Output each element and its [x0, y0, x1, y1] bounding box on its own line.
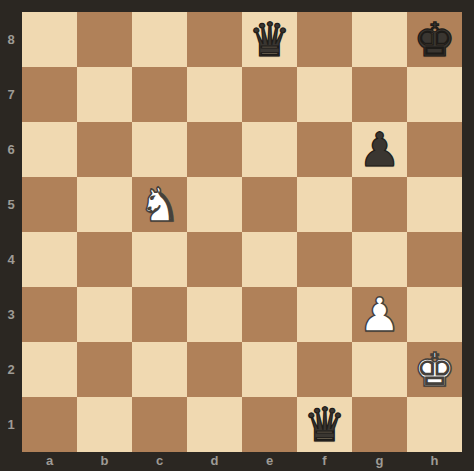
square-g6[interactable]: ♟ — [352, 122, 407, 177]
square-b5[interactable] — [77, 177, 132, 232]
square-d4[interactable] — [187, 232, 242, 287]
rank-label-7: 7 — [0, 67, 22, 122]
file-labels: abcdefgh — [22, 450, 462, 471]
file-label-a: a — [22, 450, 77, 471]
square-f8[interactable] — [297, 12, 352, 67]
square-f5[interactable] — [297, 177, 352, 232]
file-label-d: d — [187, 450, 242, 471]
square-d8[interactable] — [187, 12, 242, 67]
square-h3[interactable] — [407, 287, 462, 342]
rank-label-8: 8 — [0, 12, 22, 67]
rank-label-2: 2 — [0, 342, 22, 397]
square-a7[interactable] — [22, 67, 77, 122]
square-c5[interactable]: ♞ — [132, 177, 187, 232]
square-b8[interactable] — [77, 12, 132, 67]
square-b6[interactable] — [77, 122, 132, 177]
rank-label-6: 6 — [0, 122, 22, 177]
square-e2[interactable] — [242, 342, 297, 397]
square-a3[interactable] — [22, 287, 77, 342]
file-label-g: g — [352, 450, 407, 471]
square-a8[interactable] — [22, 12, 77, 67]
piece-black-pawn[interactable]: ♟ — [352, 122, 407, 177]
rank-label-1: 1 — [0, 397, 22, 452]
square-a6[interactable] — [22, 122, 77, 177]
square-e6[interactable] — [242, 122, 297, 177]
square-b1[interactable] — [77, 397, 132, 452]
square-f6[interactable] — [297, 122, 352, 177]
square-e8[interactable]: ♛ — [242, 12, 297, 67]
square-f1[interactable]: ♛ — [297, 397, 352, 452]
square-h8[interactable]: ♚ — [407, 12, 462, 67]
square-c4[interactable] — [132, 232, 187, 287]
square-h6[interactable] — [407, 122, 462, 177]
square-c3[interactable] — [132, 287, 187, 342]
square-d6[interactable] — [187, 122, 242, 177]
board-frame: 87654321 ♛♚♟♞♟♚♛ abcdefgh — [0, 0, 474, 471]
rank-labels: 87654321 — [0, 12, 22, 452]
square-c2[interactable] — [132, 342, 187, 397]
piece-white-knight[interactable]: ♞ — [132, 177, 187, 232]
square-g4[interactable] — [352, 232, 407, 287]
rank-label-4: 4 — [0, 232, 22, 287]
square-e7[interactable] — [242, 67, 297, 122]
square-e3[interactable] — [242, 287, 297, 342]
piece-white-pawn[interactable]: ♟ — [352, 287, 407, 342]
square-d3[interactable] — [187, 287, 242, 342]
file-label-b: b — [77, 450, 132, 471]
square-d5[interactable] — [187, 177, 242, 232]
rank-label-3: 3 — [0, 287, 22, 342]
piece-black-king[interactable]: ♚ — [407, 12, 462, 67]
file-label-c: c — [132, 450, 187, 471]
file-label-e: e — [242, 450, 297, 471]
square-g2[interactable] — [352, 342, 407, 397]
square-d1[interactable] — [187, 397, 242, 452]
square-c1[interactable] — [132, 397, 187, 452]
square-h4[interactable] — [407, 232, 462, 287]
rank-label-5: 5 — [0, 177, 22, 232]
piece-black-queen[interactable]: ♛ — [242, 12, 297, 67]
square-c6[interactable] — [132, 122, 187, 177]
square-h7[interactable] — [407, 67, 462, 122]
square-g5[interactable] — [352, 177, 407, 232]
square-a1[interactable] — [22, 397, 77, 452]
square-b4[interactable] — [77, 232, 132, 287]
square-d7[interactable] — [187, 67, 242, 122]
chess-board: ♛♚♟♞♟♚♛ — [22, 12, 462, 452]
square-h2[interactable]: ♚ — [407, 342, 462, 397]
square-a5[interactable] — [22, 177, 77, 232]
square-e5[interactable] — [242, 177, 297, 232]
square-e1[interactable] — [242, 397, 297, 452]
square-h1[interactable] — [407, 397, 462, 452]
square-a4[interactable] — [22, 232, 77, 287]
square-f2[interactable] — [297, 342, 352, 397]
square-b3[interactable] — [77, 287, 132, 342]
square-b2[interactable] — [77, 342, 132, 397]
square-h5[interactable] — [407, 177, 462, 232]
piece-white-king[interactable]: ♚ — [407, 342, 462, 397]
square-f7[interactable] — [297, 67, 352, 122]
square-g7[interactable] — [352, 67, 407, 122]
square-c8[interactable] — [132, 12, 187, 67]
square-c7[interactable] — [132, 67, 187, 122]
square-g1[interactable] — [352, 397, 407, 452]
file-label-h: h — [407, 450, 462, 471]
square-d2[interactable] — [187, 342, 242, 397]
square-a2[interactable] — [22, 342, 77, 397]
square-g3[interactable]: ♟ — [352, 287, 407, 342]
square-e4[interactable] — [242, 232, 297, 287]
square-b7[interactable] — [77, 67, 132, 122]
square-g8[interactable] — [352, 12, 407, 67]
square-f4[interactable] — [297, 232, 352, 287]
piece-black-queen[interactable]: ♛ — [297, 397, 352, 452]
square-f3[interactable] — [297, 287, 352, 342]
file-label-f: f — [297, 450, 352, 471]
